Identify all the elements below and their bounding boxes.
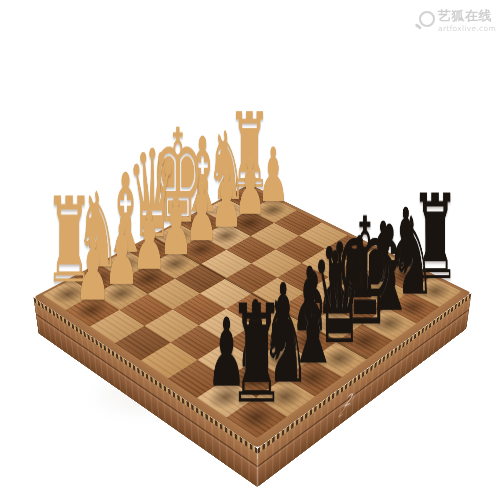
- watermark-site-url: artfoxlive.com: [438, 24, 496, 33]
- watermark-text: 艺狐在线 artfoxlive.com: [438, 9, 496, 33]
- watermark-site-name: 艺狐在线: [438, 9, 496, 24]
- magnifier-icon: [419, 11, 435, 27]
- chalk-mark: 2: [343, 390, 353, 411]
- photo-canvas: ♜♞♝♛♚♝♞♜♟♟♟♟♟♟♟♟♟♟♟♟♟♟♟♟♜♞♝♛♚♝♞♜ 2 艺狐在线 …: [0, 0, 500, 500]
- watermark: 艺狐在线 artfoxlive.com: [419, 9, 496, 33]
- pawn-glyph: ♟: [75, 231, 110, 312]
- rook-glyph: ♜: [228, 290, 284, 419]
